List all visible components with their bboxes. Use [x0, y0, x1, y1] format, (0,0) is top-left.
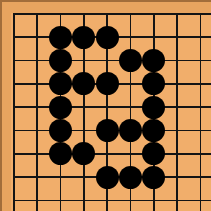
intersection-b6[interactable] [25, 119, 48, 142]
intersection-i2[interactable] [189, 25, 211, 48]
intersection-e2[interactable] [96, 25, 119, 48]
intersection-b8[interactable] [25, 166, 48, 189]
intersection-b3[interactable] [25, 49, 48, 72]
black-stone [119, 49, 142, 72]
intersection-a4[interactable] [2, 72, 25, 95]
intersection-c2[interactable] [49, 25, 72, 48]
intersection-g5[interactable] [142, 96, 165, 119]
intersection-g9[interactable] [142, 189, 165, 211]
intersection-h2[interactable] [166, 25, 189, 48]
intersection-d5[interactable] [72, 96, 95, 119]
intersection-h4[interactable] [166, 72, 189, 95]
intersection-e4[interactable] [96, 72, 119, 95]
intersection-a3[interactable] [2, 49, 25, 72]
intersection-a5[interactable] [2, 96, 25, 119]
black-stone [72, 26, 95, 49]
intersection-d4[interactable] [72, 72, 95, 95]
black-stone [142, 142, 165, 165]
intersection-i1[interactable] [189, 2, 211, 25]
intersection-c5[interactable] [49, 96, 72, 119]
intersection-f6[interactable] [119, 119, 142, 142]
black-stone [49, 26, 72, 49]
intersection-e8[interactable] [96, 166, 119, 189]
intersection-g1[interactable] [142, 2, 165, 25]
intersection-a9[interactable] [2, 189, 25, 211]
black-stone [49, 142, 72, 165]
black-stone [142, 166, 165, 189]
intersection-h9[interactable] [166, 189, 189, 211]
black-stone [72, 72, 95, 95]
black-stone [96, 72, 119, 95]
black-stone [96, 26, 119, 49]
intersection-b9[interactable] [25, 189, 48, 211]
intersection-c8[interactable] [49, 166, 72, 189]
intersection-g7[interactable] [142, 142, 165, 165]
intersection-b2[interactable] [25, 25, 48, 48]
black-stone [142, 96, 165, 119]
intersection-e3[interactable] [96, 49, 119, 72]
intersection-h8[interactable] [166, 166, 189, 189]
black-stone [142, 119, 165, 142]
intersection-a8[interactable] [2, 166, 25, 189]
intersection-d1[interactable] [72, 2, 95, 25]
intersection-f7[interactable] [119, 142, 142, 165]
intersection-i6[interactable] [189, 119, 211, 142]
intersection-b7[interactable] [25, 142, 48, 165]
intersection-e7[interactable] [96, 142, 119, 165]
intersection-f1[interactable] [119, 2, 142, 25]
intersection-i7[interactable] [189, 142, 211, 165]
intersection-f5[interactable] [119, 96, 142, 119]
intersection-h6[interactable] [166, 119, 189, 142]
intersection-f2[interactable] [119, 25, 142, 48]
intersection-e6[interactable] [96, 119, 119, 142]
intersection-d3[interactable] [72, 49, 95, 72]
black-stone [142, 72, 165, 95]
intersection-a2[interactable] [2, 25, 25, 48]
intersection-i5[interactable] [189, 96, 211, 119]
intersection-e9[interactable] [96, 189, 119, 211]
black-stone [119, 119, 142, 142]
intersection-h1[interactable] [166, 2, 189, 25]
intersection-d2[interactable] [72, 25, 95, 48]
black-stone [119, 166, 142, 189]
go-grid [2, 2, 211, 211]
intersection-h3[interactable] [166, 49, 189, 72]
intersection-c3[interactable] [49, 49, 72, 72]
black-stone [96, 119, 119, 142]
intersection-a7[interactable] [2, 142, 25, 165]
intersection-b4[interactable] [25, 72, 48, 95]
intersection-i8[interactable] [189, 166, 211, 189]
intersection-c1[interactable] [49, 2, 72, 25]
intersection-d7[interactable] [72, 142, 95, 165]
intersection-d6[interactable] [72, 119, 95, 142]
intersection-h5[interactable] [166, 96, 189, 119]
intersection-b1[interactable] [25, 2, 48, 25]
intersection-e5[interactable] [96, 96, 119, 119]
intersection-f8[interactable] [119, 166, 142, 189]
intersection-c7[interactable] [49, 142, 72, 165]
intersection-b5[interactable] [25, 96, 48, 119]
intersection-g6[interactable] [142, 119, 165, 142]
intersection-i9[interactable] [189, 189, 211, 211]
intersection-i3[interactable] [189, 49, 211, 72]
intersection-g8[interactable] [142, 166, 165, 189]
intersection-f3[interactable] [119, 49, 142, 72]
intersection-d9[interactable] [72, 189, 95, 211]
intersection-a6[interactable] [2, 119, 25, 142]
intersection-h7[interactable] [166, 142, 189, 165]
intersection-f4[interactable] [119, 72, 142, 95]
intersection-g4[interactable] [142, 72, 165, 95]
intersection-c6[interactable] [49, 119, 72, 142]
black-stone [96, 166, 119, 189]
intersection-i4[interactable] [189, 72, 211, 95]
black-stone [72, 142, 95, 165]
black-stone [49, 72, 72, 95]
black-stone [49, 96, 72, 119]
intersection-c4[interactable] [49, 72, 72, 95]
intersection-g3[interactable] [142, 49, 165, 72]
intersection-a1[interactable] [2, 2, 25, 25]
black-stone [49, 49, 72, 72]
intersection-d8[interactable] [72, 166, 95, 189]
intersection-g2[interactable] [142, 25, 165, 48]
intersection-c9[interactable] [49, 189, 72, 211]
black-stone [142, 49, 165, 72]
go-board [0, 0, 211, 211]
intersection-e1[interactable] [96, 2, 119, 25]
intersection-f9[interactable] [119, 189, 142, 211]
black-stone [49, 119, 72, 142]
